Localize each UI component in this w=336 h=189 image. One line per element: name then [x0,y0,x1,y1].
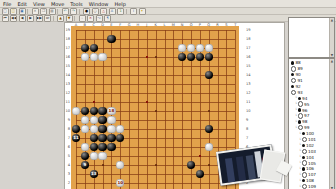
coord-label-row-left: 8 [65,127,70,131]
coord-label-row-right: 7 [246,136,252,140]
white-move-icon [302,137,307,142]
coord-label-row-left: 3 [65,172,70,176]
tree-branch-icon: └ [299,149,301,153]
move-number-label: 10 [117,181,123,185]
tree-scrollbar[interactable]: ▲ ▼ [329,59,334,189]
stone-black-b4[interactable]: 9 [81,161,89,169]
stone-black-b5[interactable] [81,152,89,160]
coord-label-row-right: 12 [246,91,252,95]
move-number-label: 9 [83,163,86,167]
tree-branch-icon: └ [295,102,297,106]
coord-label-col: T [232,23,238,27]
prev-branch-icon[interactable]: ▲ [57,15,64,22]
stone-white-e10[interactable]: 18 [107,107,115,115]
black-move-icon [298,108,301,111]
save-icon[interactable]: ▣ [19,8,26,15]
menu-item-edit[interactable]: Edit [14,1,30,7]
coord-label-row-right: 13 [246,82,252,86]
coord-label-col: J [144,23,150,27]
stone-black-d6[interactable] [98,143,106,151]
coord-label-col: K [153,23,159,27]
coord-label-row-right: 11 [246,100,252,104]
coord-label-col: G [126,23,132,27]
coord-label-col: P [197,23,203,27]
hoshi-point [208,110,210,112]
black-move-icon [298,120,301,123]
move-number: 97 [304,113,309,118]
tree-branch-icon: └ [299,155,301,159]
move-number: 108 [306,178,314,183]
coord-label-col: M [170,23,176,27]
stone-white-a10[interactable] [72,107,80,115]
stone-black-d9[interactable] [98,116,106,124]
white-move-icon [291,66,296,71]
move-number-label: 18 [109,109,115,113]
tree-branch-icon: └ [295,126,297,130]
prev-move-icon[interactable]: ◀ [19,15,26,22]
stone-black-p16[interactable] [196,53,204,61]
tree-icon[interactable]: ⌥ [96,15,103,22]
move-number: 89 [297,66,302,71]
white-move-icon [298,101,303,106]
delete-node-icon[interactable]: ✕ [87,15,94,22]
stone-white-b8[interactable] [81,125,89,133]
toolbar-separator [57,9,60,14]
move-number-label: 11 [73,136,79,140]
move-number: 93 [297,90,302,95]
cut-icon[interactable]: ✕ [32,8,39,15]
black-move-icon [291,73,294,76]
white-move-icon [302,172,307,177]
white-move-icon [298,125,303,130]
coord-label-row-left: 2 [65,181,70,185]
move-number: 100 [306,131,314,136]
coord-label-row-left: 19 [65,28,70,32]
variation-marker[interactable] [146,101,148,103]
stone-black-n16[interactable] [178,53,186,61]
new-file-icon[interactable]: □ [2,8,9,15]
stone-black-c7[interactable] [90,134,98,142]
move-number: 107 [308,172,316,177]
stone-black-d8[interactable] [98,125,106,133]
toolbar-main: □◫▣✕❐▤↶↷●○△A1i✦ [0,8,336,15]
tree-branch-icon: └ [299,173,301,177]
stone-black-b10[interactable] [81,107,89,115]
menu-item-file[interactable]: File [0,1,14,7]
black-stone-icon[interactable]: ● [83,8,90,15]
scroll-up-icon[interactable]: ▲ [330,59,334,63]
stone-black-c6[interactable] [90,143,98,151]
move-number: 91 [297,78,302,83]
tree-branch-icon: └ [295,108,297,112]
scroll-down-icon[interactable]: ▼ [330,53,334,57]
stone-white-d16[interactable] [98,53,106,61]
stone-black-a8[interactable] [72,125,80,133]
white-move-icon [298,113,303,118]
coord-label-row-left: 10 [65,109,70,113]
black-move-icon [298,97,301,100]
photo-figure [225,158,235,183]
stone-white-e9[interactable] [107,116,115,124]
move-number: 104 [306,155,314,160]
black-move-icon [302,132,305,135]
stone-white-o17[interactable] [187,44,195,52]
mark-icon[interactable]: △ [100,8,107,15]
black-move-icon [302,156,305,159]
move-number: 102 [306,143,314,148]
hoshi-point [155,164,157,166]
tree-node[interactable]: └109 [290,184,329,189]
black-move-icon [291,61,294,64]
coord-label-col: Q [206,23,212,27]
coord-label-row-left: 9 [65,118,70,122]
tree-branch-icon: └ [299,167,301,171]
stone-black-q16[interactable] [205,53,213,61]
white-move-icon [302,149,307,154]
coord-label-row-right: 19 [246,28,252,32]
toolbar-separator [53,16,56,21]
coord-label-col: D [100,23,106,27]
menu-item-help[interactable]: Help [111,1,128,7]
black-move-icon [302,167,305,170]
stone-black-e6[interactable] [107,143,115,151]
fast-back-icon[interactable]: ◀◀ [10,15,17,22]
stone-black-o16[interactable] [187,53,195,61]
menu-item-move[interactable]: Move [48,1,67,7]
coord-label-row-right: 15 [246,64,252,68]
paste-icon[interactable]: ▤ [49,8,56,15]
redo-icon[interactable]: ↷ [70,8,77,15]
black-move-icon [291,85,294,88]
stone-black-c10[interactable] [90,107,98,115]
fast-fwd-icon[interactable]: ▶▶ [36,15,43,22]
stone-white-n17[interactable] [178,44,186,52]
goban[interactable]: 119131810 [71,26,239,189]
stone-black-p3[interactable] [196,170,204,178]
tree-branch-icon: └ [299,143,301,147]
stone-black-e18[interactable] [107,35,115,43]
coord-label-col: H [135,23,141,27]
coord-label-row-right: 18 [246,37,252,41]
coord-label-row-right: 8 [246,127,252,131]
coord-label-row-right: 16 [246,55,252,59]
black-move-icon [302,179,305,182]
move-number: 96 [302,108,307,113]
stone-black-d7[interactable] [98,134,106,142]
hoshi-point [155,56,157,58]
scroll-down-icon[interactable]: ▼ [330,186,334,189]
coord-label-col: S [223,23,229,27]
stone-black-f7[interactable] [116,134,124,142]
toolbar-separator [74,16,77,21]
coord-label-row-left: 4 [65,163,70,167]
hoshi-point [155,110,157,112]
white-move-icon [291,90,296,95]
toolbar-separator [126,9,129,14]
photo-figure [236,156,246,181]
tree-branch-icon: └ [299,161,301,165]
menu-item-view[interactable]: View [30,1,48,7]
variation-marker[interactable] [199,155,201,157]
comment-icon[interactable]: ¶ [104,15,111,22]
scroll-up-icon[interactable]: ▲ [330,18,334,22]
move-list: 888990919293└94└95└96└97└98└99└100└101└1… [290,60,329,189]
open-file-icon[interactable]: ◫ [10,8,17,15]
coord-label-col: E [108,23,114,27]
coord-label-row-left: 5 [65,154,70,158]
white-move-icon [291,78,296,83]
coord-label-col: C [91,23,97,27]
stone-white-e8[interactable] [107,125,115,133]
label-icon[interactable]: A [109,8,116,15]
move-number: 92 [295,84,300,89]
stone-white-b6[interactable] [81,143,89,151]
menu-item-window[interactable]: Window [86,1,112,7]
stone-black-b17[interactable] [81,44,89,52]
coord-label-row-left: 12 [65,91,70,95]
white-stone-icon[interactable]: ○ [92,8,99,15]
variation-marker[interactable] [93,101,95,103]
next-move-icon[interactable]: ▶ [27,15,34,22]
move-number: 99 [304,125,309,130]
undo-icon[interactable]: ↶ [62,8,69,15]
number-icon[interactable]: 1 [117,8,124,15]
stone-white-c5[interactable] [90,152,98,160]
tree-branch-icon: └ [299,185,301,189]
grid-line [76,183,235,184]
coord-label-row-left: 18 [65,37,70,41]
stone-white-f4[interactable] [116,161,124,169]
pass-icon[interactable]: – [79,15,86,22]
coord-label-col: F [117,23,123,27]
white-move-icon [302,160,307,165]
tree-branch-icon: └ [299,179,301,183]
coord-label-row-left: 6 [65,145,70,149]
go-editor-window: { "game": "go", "app_title": "Go game re… [0,0,336,189]
toolbar-separator [79,9,82,14]
hoshi-point [208,164,210,166]
stone-black-q8[interactable] [205,125,213,133]
stone-black-c3[interactable]: 13 [90,170,98,178]
grid-line [76,174,235,175]
stone-black-d10[interactable] [98,107,106,115]
black-move-icon [302,144,305,147]
comment-scrollbar[interactable]: ▲ ▼ [329,18,334,57]
move-number-label: 13 [91,172,97,176]
move-number: 88 [295,60,300,65]
game-tree-pane[interactable]: 888990919293└94└95└96└97└98└99└100└101└1… [288,58,335,189]
move-number: 90 [295,72,300,77]
settings-icon[interactable]: ✦ [139,8,146,15]
coord-label-row-left: 17 [65,46,70,50]
coord-label-col: B [82,23,88,27]
stone-white-q17[interactable] [205,44,213,52]
move-number: 95 [304,102,309,107]
coord-label-col: L [162,23,168,27]
copy-icon[interactable]: ❐ [40,8,47,15]
toolbar-separator [27,9,30,14]
coord-label-row-right: 17 [246,46,252,50]
stone-black-a7[interactable]: 11 [72,134,80,142]
tree-branch-icon: └ [295,120,297,124]
hoshi-point [102,164,104,166]
move-number: 94 [302,96,307,101]
stone-white-b16[interactable] [81,53,89,61]
coord-label-col: N [179,23,185,27]
first-move-icon[interactable]: ⏮ [2,15,9,22]
tree-branch-icon: └ [295,114,297,118]
coord-label-col: R [215,23,221,27]
stone-white-c8[interactable] [90,125,98,133]
stone-white-c9[interactable] [90,116,98,124]
menu-bar: FileEditViewMoveToolsWindowHelp [0,0,336,8]
stone-white-b9[interactable] [81,116,89,124]
stone-black-o4[interactable] [187,161,195,169]
stone-white-p17[interactable] [196,44,204,52]
move-number: 103 [308,149,316,154]
tree-branch-icon: └ [299,138,301,142]
info-icon[interactable]: i [130,8,137,15]
last-move-icon[interactable]: ⏭ [44,15,51,22]
coord-label-row-left: 7 [65,136,70,140]
coord-label-row-right: 10 [246,109,252,113]
move-number: 109 [308,184,316,189]
move-number: 106 [306,166,314,171]
coord-label-row-left: 11 [65,100,70,104]
menu-item-tools[interactable]: Tools [67,1,85,7]
stone-black-c17[interactable] [90,44,98,52]
stone-white-f8[interactable] [116,125,124,133]
next-branch-icon[interactable]: ▼ [66,15,73,22]
coord-label-row-right: 14 [246,73,252,77]
stone-black-e7[interactable] [107,134,115,142]
coord-label-row-right: 9 [246,118,252,122]
stone-white-c16[interactable] [90,53,98,61]
tree-branch-icon: └ [295,96,297,100]
stone-white-q6[interactable] [205,143,213,151]
stone-white-f2[interactable]: 10 [116,179,124,187]
move-number: 98 [302,119,307,124]
tree-branch-icon: └ [299,132,301,136]
comment-pane[interactable]: ▲ ▼ [288,17,335,58]
white-move-icon [302,184,307,189]
coord-label-col: A [73,23,79,27]
coord-label-row-left: 15 [65,64,70,68]
stone-white-d5[interactable] [98,152,106,160]
coord-label-col: O [188,23,194,27]
coord-label-row-left: 14 [65,73,70,77]
coord-label-row-left: 16 [65,55,70,59]
stone-black-q14[interactable] [205,71,213,79]
toolbar-navigation: ⏮◀◀◀▶▶▶⏭▲▼–✕⌥¶ [0,15,336,22]
move-number: 105 [308,161,316,166]
variation-marker[interactable] [146,56,148,58]
coord-label-row-left: 13 [65,82,70,86]
move-number: 101 [308,137,316,142]
